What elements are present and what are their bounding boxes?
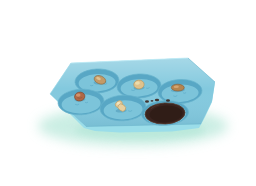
nut-macadamia [133,80,144,89]
chocolate-drip [155,99,159,102]
product-photo: Angled overhead product photo of a light… [0,0,256,186]
chocolate-drip [151,100,154,102]
chocolate-drip [166,99,170,101]
chocolate-drip [145,100,149,102]
